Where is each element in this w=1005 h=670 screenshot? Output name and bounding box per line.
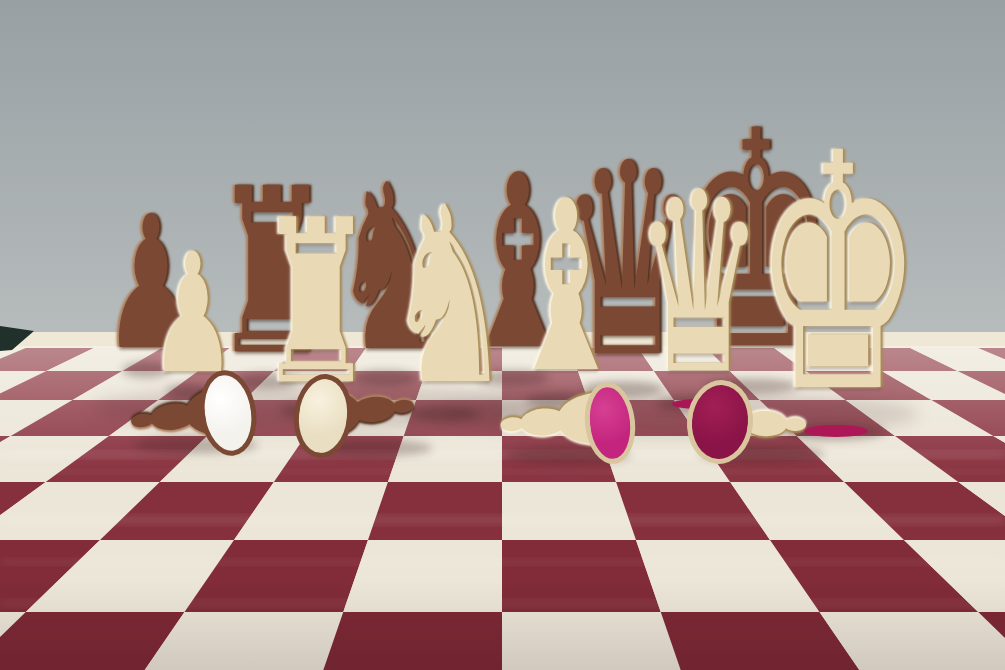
- standing-cream-king[interactable]: ♚: [753, 111, 923, 437]
- chess-set-photo: ♟♟♜♜♞♞♝♝♛♛♚♚♟♟♟♟: [0, 0, 1005, 670]
- standing-cream-queen[interactable]: ♛: [634, 160, 763, 409]
- standing-cream-knight[interactable]: ♞: [386, 175, 513, 419]
- pieces-layer: ♟♟♜♜♞♞♝♝♛♛♚♚♟♟♟♟: [0, 0, 1005, 670]
- standing-cream-bishop[interactable]: ♝: [505, 170, 627, 405]
